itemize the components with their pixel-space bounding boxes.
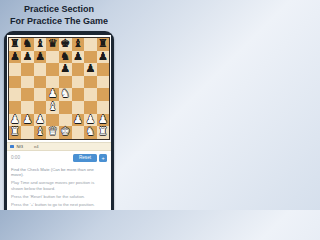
square-a3[interactable] bbox=[9, 101, 22, 114]
move-status-bar: Nf3 e4 bbox=[7, 142, 111, 151]
square-g6[interactable]: ♟ bbox=[84, 63, 97, 76]
square-f7[interactable]: ♟ bbox=[72, 51, 85, 64]
square-a8[interactable]: ♜ bbox=[9, 38, 22, 51]
title-line-2: For Practice The Game bbox=[0, 15, 118, 27]
square-f2[interactable]: ♟ bbox=[72, 114, 85, 127]
play-timer: 0:00 bbox=[11, 155, 20, 160]
white-rook-a1[interactable]: ♜ bbox=[10, 126, 20, 139]
page-title: Practice Section For Practice The Game bbox=[0, 3, 118, 27]
instruction-line: Find the Check Mate (Can be more than on… bbox=[11, 167, 107, 178]
square-g1[interactable]: ♞ bbox=[84, 126, 97, 139]
instructions-list: Find the Check Mate (Can be more than on… bbox=[11, 167, 107, 210]
black-pawn-g6[interactable]: ♟ bbox=[86, 63, 96, 76]
black-pawn-a7[interactable]: ♟ bbox=[10, 51, 20, 64]
white-bishop-d3[interactable]: ♝ bbox=[48, 101, 58, 114]
square-c5[interactable] bbox=[34, 76, 47, 89]
square-b3[interactable] bbox=[21, 101, 34, 114]
white-bishop-c1[interactable]: ♝ bbox=[35, 126, 45, 139]
square-f1[interactable] bbox=[72, 126, 85, 139]
square-a5[interactable] bbox=[9, 76, 22, 89]
square-b8[interactable]: ♞ bbox=[21, 38, 34, 51]
square-e8[interactable]: ♚ bbox=[59, 38, 72, 51]
square-f6[interactable] bbox=[72, 63, 85, 76]
chess-board[interactable]: ♜♞♝♛♚♝♜♟♟♟♞♟♟♟♟♟♞♝♟♟♟♟♟♟♜♝♛♚♞♜ bbox=[8, 37, 111, 140]
square-h6[interactable] bbox=[97, 63, 110, 76]
black-knight-b8[interactable]: ♞ bbox=[23, 38, 33, 51]
practice-panel: 0:00 Reset + Find the Check Mate (Can be… bbox=[7, 151, 111, 210]
white-knight-g1[interactable]: ♞ bbox=[86, 126, 96, 139]
square-a1[interactable]: ♜ bbox=[9, 126, 22, 139]
square-g4[interactable] bbox=[84, 88, 97, 101]
square-b6[interactable] bbox=[21, 63, 34, 76]
square-c1[interactable]: ♝ bbox=[34, 126, 47, 139]
square-c6[interactable] bbox=[34, 63, 47, 76]
square-f5[interactable] bbox=[72, 76, 85, 89]
instruction-line: Press the 'Reset' button for the solutio… bbox=[11, 194, 107, 199]
square-b1[interactable] bbox=[21, 126, 34, 139]
square-f8[interactable]: ♝ bbox=[72, 38, 85, 51]
reset-button[interactable]: Reset bbox=[73, 154, 97, 162]
next-position-button[interactable]: + bbox=[99, 154, 107, 162]
black-king-e8[interactable]: ♚ bbox=[60, 38, 70, 51]
square-e4[interactable]: ♞ bbox=[59, 88, 72, 101]
black-queen-d8[interactable]: ♛ bbox=[48, 38, 58, 51]
white-knight-e4[interactable]: ♞ bbox=[60, 88, 70, 101]
square-c3[interactable] bbox=[34, 101, 47, 114]
square-a6[interactable] bbox=[9, 63, 22, 76]
square-h8[interactable]: ♜ bbox=[97, 38, 110, 51]
square-a7[interactable]: ♟ bbox=[9, 51, 22, 64]
square-f3[interactable] bbox=[72, 101, 85, 114]
square-g5[interactable] bbox=[84, 76, 97, 89]
square-c8[interactable]: ♝ bbox=[34, 38, 47, 51]
black-pawn-b7[interactable]: ♟ bbox=[23, 51, 33, 64]
square-g3[interactable] bbox=[84, 101, 97, 114]
blue-square-icon bbox=[10, 145, 14, 149]
black-pawn-h7[interactable]: ♟ bbox=[98, 51, 108, 64]
square-b4[interactable] bbox=[21, 88, 34, 101]
instruction-line: Press the '+' button to go to the next p… bbox=[11, 202, 107, 207]
square-a4[interactable] bbox=[9, 88, 22, 101]
instruction-line: Play Time and average moves per position… bbox=[11, 180, 107, 191]
white-pawn-b2[interactable]: ♟ bbox=[23, 114, 33, 127]
panel-toolbar: 0:00 Reset + bbox=[11, 154, 107, 162]
black-bishop-f8[interactable]: ♝ bbox=[73, 38, 83, 51]
square-d1[interactable]: ♛ bbox=[46, 126, 59, 139]
square-g8[interactable] bbox=[84, 38, 97, 51]
square-h5[interactable] bbox=[97, 76, 110, 89]
square-c7[interactable]: ♟ bbox=[34, 51, 47, 64]
white-rook-h1[interactable]: ♜ bbox=[98, 126, 108, 139]
app-window: ♜♞♝♛♚♝♜♟♟♟♞♟♟♟♟♟♞♝♟♟♟♟♟♟♜♝♛♚♞♜ Nf3 e4 0:… bbox=[7, 35, 111, 210]
panel-buttons: Reset + bbox=[73, 154, 107, 162]
black-rook-h8[interactable]: ♜ bbox=[98, 38, 108, 51]
black-bishop-c8[interactable]: ♝ bbox=[35, 38, 45, 51]
square-e3[interactable] bbox=[59, 101, 72, 114]
square-d6[interactable] bbox=[46, 63, 59, 76]
square-b2[interactable]: ♟ bbox=[21, 114, 34, 127]
move-text: Nf3 bbox=[17, 144, 24, 149]
square-d8[interactable]: ♛ bbox=[46, 38, 59, 51]
device-frame: ♜♞♝♛♚♝♜♟♟♟♞♟♟♟♟♟♞♝♟♟♟♟♟♟♜♝♛♚♞♜ Nf3 e4 0:… bbox=[4, 31, 114, 210]
square-h4[interactable] bbox=[97, 88, 110, 101]
black-pawn-e6[interactable]: ♟ bbox=[60, 63, 70, 76]
square-h7[interactable]: ♟ bbox=[97, 51, 110, 64]
title-line-1: Practice Section bbox=[0, 3, 118, 15]
square-b7[interactable]: ♟ bbox=[21, 51, 34, 64]
black-rook-a8[interactable]: ♜ bbox=[10, 38, 20, 51]
square-d7[interactable] bbox=[46, 51, 59, 64]
square-d3[interactable]: ♝ bbox=[46, 101, 59, 114]
square-h3[interactable] bbox=[97, 101, 110, 114]
app-screen: { "header": { "line1": "Practice Section… bbox=[0, 0, 118, 210]
square-b5[interactable] bbox=[21, 76, 34, 89]
move-secondary-text: e4 bbox=[34, 144, 39, 149]
black-pawn-c7[interactable]: ♟ bbox=[35, 51, 45, 64]
square-e1[interactable]: ♚ bbox=[59, 126, 72, 139]
square-h1[interactable]: ♜ bbox=[97, 126, 110, 139]
square-f4[interactable] bbox=[72, 88, 85, 101]
white-queen-d1[interactable]: ♛ bbox=[48, 126, 58, 139]
square-e6[interactable]: ♟ bbox=[59, 63, 72, 76]
white-king-e1[interactable]: ♚ bbox=[60, 126, 70, 139]
square-c4[interactable] bbox=[34, 88, 47, 101]
white-pawn-f2[interactable]: ♟ bbox=[73, 114, 83, 127]
black-pawn-f7[interactable]: ♟ bbox=[73, 51, 83, 64]
